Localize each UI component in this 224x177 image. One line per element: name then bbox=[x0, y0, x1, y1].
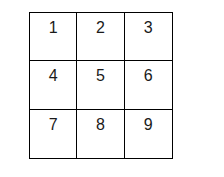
grid-cell-r2c2[interactable]: 5 bbox=[77, 61, 124, 109]
grid-cell-r3c3[interactable]: 9 bbox=[125, 110, 172, 158]
grid-cell-r3c2[interactable]: 8 bbox=[77, 110, 124, 158]
grid-cell-r1c1[interactable]: 1 bbox=[30, 13, 77, 61]
number-grid-board: 123456789 bbox=[29, 12, 173, 159]
puzzle-diagram: 123456789 bbox=[0, 0, 224, 177]
grid-cell-r2c1[interactable]: 4 bbox=[30, 61, 77, 109]
grid-cell-r1c2[interactable]: 2 bbox=[77, 13, 124, 61]
grid-cell-r3c1[interactable]: 7 bbox=[30, 110, 77, 158]
grid-cell-r1c3[interactable]: 3 bbox=[125, 13, 172, 61]
grid-cell-r2c3[interactable]: 6 bbox=[125, 61, 172, 109]
